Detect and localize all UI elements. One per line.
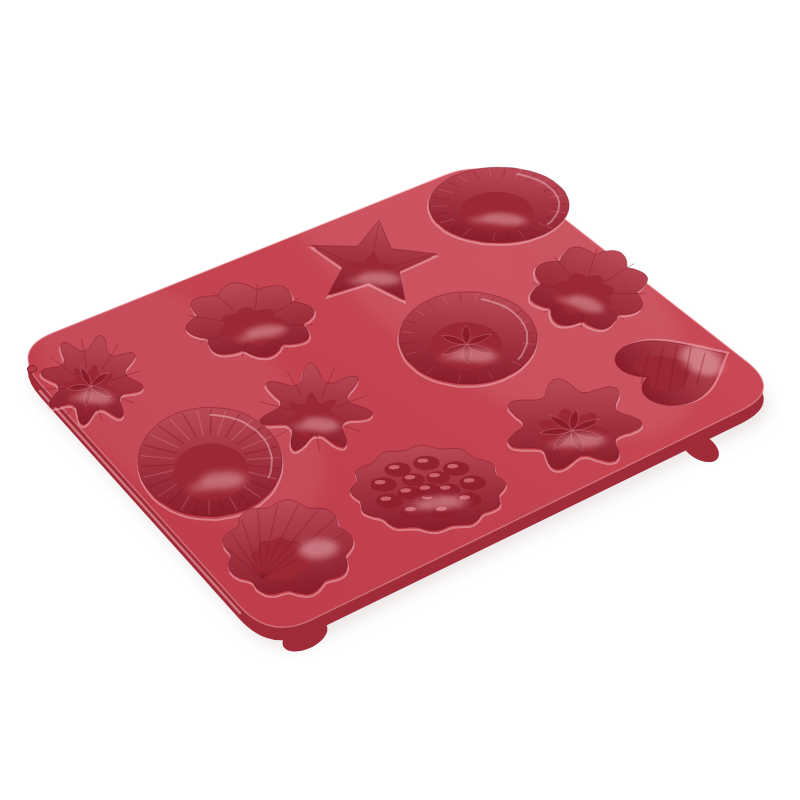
product-photo-stage xyxy=(0,0,800,800)
silicone-mold-photo xyxy=(0,0,800,800)
specular-highlight xyxy=(548,441,570,448)
hang-hole xyxy=(28,366,37,373)
